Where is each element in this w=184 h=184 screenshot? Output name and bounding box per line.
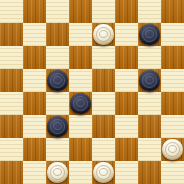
square-c7[interactable]: [46, 23, 69, 46]
square-a6: [0, 46, 23, 69]
piece-ring-inner: [168, 145, 177, 153]
square-b4[interactable]: [23, 92, 46, 115]
square-g1[interactable]: [138, 161, 161, 184]
square-a7[interactable]: [0, 23, 23, 46]
square-d2[interactable]: [69, 138, 92, 161]
square-e6: [92, 46, 115, 69]
square-f4[interactable]: [115, 92, 138, 115]
square-b7: [23, 23, 46, 46]
square-c8: [46, 0, 69, 23]
square-h8[interactable]: [161, 0, 184, 23]
square-a3[interactable]: [0, 115, 23, 138]
white-man-e1[interactable]: [93, 162, 114, 183]
square-h3: [161, 115, 184, 138]
square-g6: [138, 46, 161, 69]
black-man-c5[interactable]: [47, 70, 68, 91]
square-c4: [46, 92, 69, 115]
square-d3: [69, 115, 92, 138]
square-e8: [92, 0, 115, 23]
square-f6[interactable]: [115, 46, 138, 69]
piece-ring-inner: [145, 76, 154, 84]
square-h5: [161, 69, 184, 92]
piece-ring-inner: [53, 122, 62, 130]
square-h4[interactable]: [161, 92, 184, 115]
square-d5: [69, 69, 92, 92]
square-g4: [138, 92, 161, 115]
square-d8[interactable]: [69, 0, 92, 23]
square-a4: [0, 92, 23, 115]
square-c2: [46, 138, 69, 161]
square-a1[interactable]: [0, 161, 23, 184]
square-g3[interactable]: [138, 115, 161, 138]
piece-ring-inner: [99, 168, 108, 176]
piece-ring-inner: [53, 168, 62, 176]
white-man-h2[interactable]: [162, 139, 183, 160]
piece-ring-inner: [99, 30, 108, 38]
square-d6[interactable]: [69, 46, 92, 69]
black-man-d4[interactable]: [70, 93, 91, 114]
black-man-g7[interactable]: [139, 24, 160, 45]
square-f5: [115, 69, 138, 92]
square-b8[interactable]: [23, 0, 46, 23]
square-c6: [46, 46, 69, 69]
checkers-board: [0, 0, 184, 184]
square-f3: [115, 115, 138, 138]
square-f7: [115, 23, 138, 46]
square-a5[interactable]: [0, 69, 23, 92]
black-man-g5[interactable]: [139, 70, 160, 91]
square-e3[interactable]: [92, 115, 115, 138]
square-f2[interactable]: [115, 138, 138, 161]
square-a2: [0, 138, 23, 161]
square-e4: [92, 92, 115, 115]
square-f8[interactable]: [115, 0, 138, 23]
square-g2: [138, 138, 161, 161]
square-b2[interactable]: [23, 138, 46, 161]
square-d1: [69, 161, 92, 184]
square-h6[interactable]: [161, 46, 184, 69]
square-b1: [23, 161, 46, 184]
square-e2: [92, 138, 115, 161]
square-b6[interactable]: [23, 46, 46, 69]
square-h1: [161, 161, 184, 184]
piece-ring-inner: [53, 76, 62, 84]
black-man-c3[interactable]: [47, 116, 68, 137]
square-g8: [138, 0, 161, 23]
piece-ring-inner: [145, 30, 154, 38]
white-man-c1[interactable]: [47, 162, 68, 183]
piece-ring-inner: [76, 99, 85, 107]
square-e5[interactable]: [92, 69, 115, 92]
square-b3: [23, 115, 46, 138]
square-b5: [23, 69, 46, 92]
square-a8: [0, 0, 23, 23]
square-d7: [69, 23, 92, 46]
white-man-e7[interactable]: [93, 24, 114, 45]
square-f1: [115, 161, 138, 184]
square-h7: [161, 23, 184, 46]
